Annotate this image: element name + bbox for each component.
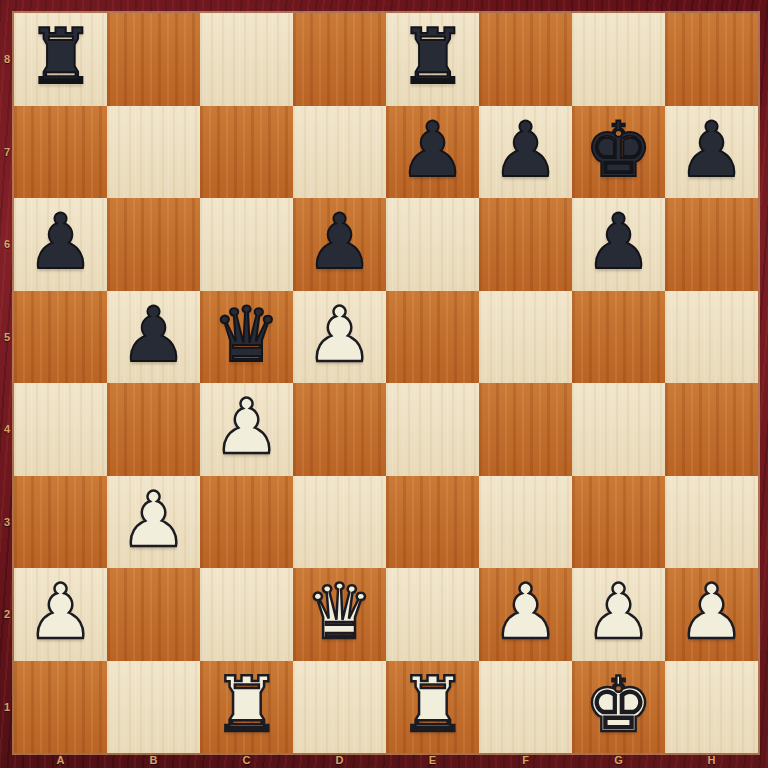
square-e2[interactable]: [386, 568, 479, 661]
square-d2[interactable]: ♛: [293, 568, 386, 661]
rank-label-8: 8: [0, 13, 14, 106]
square-e4[interactable]: [386, 383, 479, 476]
file-label-f: F: [479, 752, 572, 768]
white-king-g1[interactable]: ♚: [584, 667, 652, 743]
rank-label-4: 4: [0, 383, 14, 476]
square-g7[interactable]: ♚: [572, 106, 665, 199]
square-a3[interactable]: [14, 476, 107, 569]
square-b2[interactable]: [107, 568, 200, 661]
black-pawn-a6[interactable]: ♟: [26, 204, 94, 280]
file-label-c: C: [200, 752, 293, 768]
square-g5[interactable]: [572, 291, 665, 384]
rank-label-6: 6: [0, 198, 14, 291]
square-e7[interactable]: ♟: [386, 106, 479, 199]
square-h2[interactable]: ♟: [665, 568, 758, 661]
file-label-h: H: [665, 752, 758, 768]
white-queen-d2[interactable]: ♛: [305, 574, 373, 650]
square-h8[interactable]: [665, 13, 758, 106]
square-c6[interactable]: [200, 198, 293, 291]
white-pawn-g2[interactable]: ♟: [584, 574, 652, 650]
square-g2[interactable]: ♟: [572, 568, 665, 661]
square-e8[interactable]: ♜: [386, 13, 479, 106]
square-c1[interactable]: ♜: [200, 661, 293, 754]
file-label-g: G: [572, 752, 665, 768]
rank-label-2: 2: [0, 568, 14, 661]
square-h3[interactable]: [665, 476, 758, 569]
file-labels: ABCDEFGH: [14, 752, 758, 768]
square-f1[interactable]: [479, 661, 572, 754]
square-d4[interactable]: [293, 383, 386, 476]
black-pawn-g6[interactable]: ♟: [584, 204, 652, 280]
black-pawn-d6[interactable]: ♟: [305, 204, 373, 280]
rank-label-3: 3: [0, 476, 14, 569]
file-label-e: E: [386, 752, 479, 768]
square-f3[interactable]: [479, 476, 572, 569]
black-queen-c5[interactable]: ♛: [212, 297, 280, 373]
square-h7[interactable]: ♟: [665, 106, 758, 199]
square-b5[interactable]: ♟: [107, 291, 200, 384]
square-a6[interactable]: ♟: [14, 198, 107, 291]
square-g3[interactable]: [572, 476, 665, 569]
square-f6[interactable]: [479, 198, 572, 291]
square-d7[interactable]: [293, 106, 386, 199]
white-pawn-a2[interactable]: ♟: [26, 574, 94, 650]
white-pawn-h2[interactable]: ♟: [677, 574, 745, 650]
square-b6[interactable]: [107, 198, 200, 291]
rank-label-7: 7: [0, 106, 14, 199]
square-b1[interactable]: [107, 661, 200, 754]
square-h6[interactable]: [665, 198, 758, 291]
square-e6[interactable]: [386, 198, 479, 291]
square-a8[interactable]: ♜: [14, 13, 107, 106]
square-a5[interactable]: [14, 291, 107, 384]
square-e1[interactable]: ♜: [386, 661, 479, 754]
square-a7[interactable]: [14, 106, 107, 199]
white-rook-e1[interactable]: ♜: [398, 667, 466, 743]
white-pawn-f2[interactable]: ♟: [491, 574, 559, 650]
square-g1[interactable]: ♚: [572, 661, 665, 754]
black-rook-a8[interactable]: ♜: [26, 19, 94, 95]
white-pawn-b3[interactable]: ♟: [119, 482, 187, 558]
square-g6[interactable]: ♟: [572, 198, 665, 291]
square-b7[interactable]: [107, 106, 200, 199]
square-f7[interactable]: ♟: [479, 106, 572, 199]
square-c7[interactable]: [200, 106, 293, 199]
square-c5[interactable]: ♛: [200, 291, 293, 384]
square-d6[interactable]: ♟: [293, 198, 386, 291]
rank-label-5: 5: [0, 291, 14, 384]
square-d3[interactable]: [293, 476, 386, 569]
square-e5[interactable]: [386, 291, 479, 384]
square-c2[interactable]: [200, 568, 293, 661]
file-label-a: A: [14, 752, 107, 768]
square-h1[interactable]: [665, 661, 758, 754]
square-a1[interactable]: [14, 661, 107, 754]
rank-labels: 87654321: [0, 13, 14, 753]
square-c3[interactable]: [200, 476, 293, 569]
square-a4[interactable]: [14, 383, 107, 476]
chessboard-app: ♜♜♟♟♚♟♟♟♟♟♛♟♟♟♟♛♟♟♟♜♜♚ 87654321 ABCDEFGH: [0, 0, 768, 768]
square-e3[interactable]: [386, 476, 479, 569]
chess-board: ♜♜♟♟♚♟♟♟♟♟♛♟♟♟♟♛♟♟♟♜♜♚: [14, 13, 758, 753]
black-rook-e8[interactable]: ♜: [398, 19, 466, 95]
white-pawn-c4[interactable]: ♟: [212, 389, 280, 465]
square-b3[interactable]: ♟: [107, 476, 200, 569]
square-h4[interactable]: [665, 383, 758, 476]
file-label-d: D: [293, 752, 386, 768]
square-f5[interactable]: [479, 291, 572, 384]
square-c4[interactable]: ♟: [200, 383, 293, 476]
square-d1[interactable]: [293, 661, 386, 754]
rank-label-1: 1: [0, 661, 14, 754]
square-f2[interactable]: ♟: [479, 568, 572, 661]
square-f8[interactable]: [479, 13, 572, 106]
square-d5[interactable]: ♟: [293, 291, 386, 384]
file-label-b: B: [107, 752, 200, 768]
square-g8[interactable]: [572, 13, 665, 106]
black-pawn-e7[interactable]: ♟: [398, 112, 466, 188]
square-b4[interactable]: [107, 383, 200, 476]
black-pawn-b5[interactable]: ♟: [119, 297, 187, 373]
black-pawn-h7[interactable]: ♟: [677, 112, 745, 188]
square-h5[interactable]: [665, 291, 758, 384]
white-rook-c1[interactable]: ♜: [212, 667, 280, 743]
square-b8[interactable]: [107, 13, 200, 106]
white-pawn-d5[interactable]: ♟: [305, 297, 373, 373]
square-d8[interactable]: [293, 13, 386, 106]
black-king-g7[interactable]: ♚: [584, 112, 652, 188]
square-a2[interactable]: ♟: [14, 568, 107, 661]
square-g4[interactable]: [572, 383, 665, 476]
square-c8[interactable]: [200, 13, 293, 106]
square-f4[interactable]: [479, 383, 572, 476]
black-pawn-f7[interactable]: ♟: [491, 112, 559, 188]
